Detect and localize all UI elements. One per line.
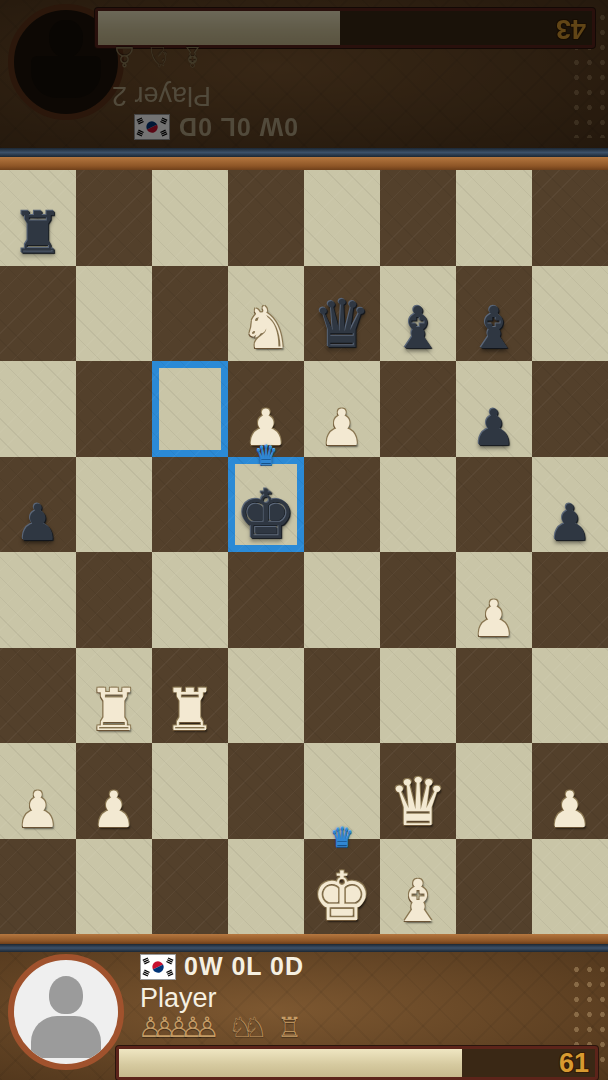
square-f4[interactable] [380,552,456,648]
piece-white-pawn[interactable]: ♟ [16,785,61,835]
opponent-timer-fill [98,11,340,45]
chess-app-screen: 43 ♙♘♗ Player 2 0W 0L 0D ♜♞ [0,0,608,1080]
piece-white-bishop[interactable]: ♝ [392,872,444,930]
square-g8[interactable] [456,170,532,266]
opponent-panel: 43 ♙♘♗ Player 2 0W 0L 0D [0,0,608,148]
square-c3[interactable]: ♜ [152,648,228,744]
square-e8[interactable] [304,170,380,266]
king-marker-icon: ♛ [330,825,354,852]
piece-black-bishop[interactable]: ♝ [468,299,520,357]
piece-white-pawn[interactable]: ♟ [548,785,593,835]
square-g4[interactable]: ♟ [456,552,532,648]
player-timer-bar: 61 [116,1046,598,1080]
square-a3[interactable] [0,648,76,744]
piece-white-rook[interactable]: ♜ [88,681,140,739]
captured-pawn-icon: ♙ [194,1014,219,1042]
player-avatar[interactable] [8,954,124,1070]
square-f5[interactable] [380,457,456,553]
square-d4[interactable] [228,552,304,648]
square-d7[interactable]: ♞ [228,266,304,362]
square-c6[interactable] [152,361,228,457]
king-marker-icon: ♛ [254,443,278,470]
square-g5[interactable] [456,457,532,553]
square-b7[interactable] [76,266,152,362]
board-frame-bottom [0,934,608,944]
square-e3[interactable] [304,648,380,744]
square-b8[interactable] [76,170,152,266]
chess-board[interactable]: ♜♞♛♝♝♟♟♟♟♚♛♟♟♜♜♟♟♛♟♚♛♝ [0,170,608,934]
square-f2[interactable]: ♛ [380,743,456,839]
square-f8[interactable] [380,170,456,266]
piece-black-king[interactable]: ♚ [236,480,297,548]
square-f3[interactable] [380,648,456,744]
player-panel: 0W 0L 0D Player ♙♙♙♙♙♘♘♖ 61 [0,952,608,1080]
square-b1[interactable] [76,839,152,935]
person-silhouette-icon [31,972,101,1052]
piece-black-pawn[interactable]: ♟ [548,498,593,548]
square-c8[interactable] [152,170,228,266]
piece-white-queen[interactable]: ♛ [388,769,447,835]
piece-black-pawn[interactable]: ♟ [472,403,517,453]
square-c7[interactable] [152,266,228,362]
player-record: 0W 0L 0D [184,952,304,981]
square-e5[interactable] [304,457,380,553]
square-a2[interactable]: ♟ [0,743,76,839]
square-g7[interactable]: ♝ [456,266,532,362]
square-b3[interactable]: ♜ [76,648,152,744]
square-h8[interactable] [532,170,608,266]
captured-bishop-icon: ♗ [180,42,205,70]
player-record-line: 0W 0L 0D [140,952,304,981]
piece-white-king[interactable]: ♚ [312,862,373,930]
piece-white-pawn[interactable]: ♟ [320,403,365,453]
square-e4[interactable] [304,552,380,648]
square-h3[interactable] [532,648,608,744]
piece-white-knight[interactable]: ♞ [240,299,292,357]
square-d8[interactable] [228,170,304,266]
square-f7[interactable]: ♝ [380,266,456,362]
square-a1[interactable] [0,839,76,935]
player-timer-fill [119,1049,462,1077]
piece-white-pawn[interactable]: ♟ [472,594,517,644]
square-a8[interactable]: ♜ [0,170,76,266]
captured-pawn-icon: ♙ [112,42,137,70]
captured-knight-icon: ♘ [243,1014,268,1042]
square-b6[interactable] [76,361,152,457]
square-h4[interactable] [532,552,608,648]
square-h2[interactable]: ♟ [532,743,608,839]
board-trim-top [0,148,608,157]
square-b2[interactable]: ♟ [76,743,152,839]
square-a5[interactable]: ♟ [0,457,76,553]
board-frame-top [0,157,608,170]
square-g6[interactable]: ♟ [456,361,532,457]
piece-black-queen[interactable]: ♛ [312,291,371,357]
square-c4[interactable] [152,552,228,648]
square-g1[interactable] [456,839,532,935]
board-trim-bottom [0,944,608,952]
square-h6[interactable] [532,361,608,457]
square-b5[interactable] [76,457,152,553]
opponent-record-line: 0W 0L 0D [134,112,298,141]
south-korea-flag-icon [134,114,170,140]
opponent-record: 0W 0L 0D [178,112,298,141]
square-d1[interactable] [228,839,304,935]
square-c1[interactable] [152,839,228,935]
opponent-name: Player 2 [112,80,211,111]
square-a6[interactable] [0,361,76,457]
piece-white-rook[interactable]: ♜ [164,681,216,739]
captured-rook-icon: ♖ [277,1014,302,1042]
square-b4[interactable] [76,552,152,648]
square-a7[interactable] [0,266,76,362]
square-f6[interactable] [380,361,456,457]
piece-black-pawn[interactable]: ♟ [16,498,61,548]
piece-white-pawn[interactable]: ♟ [92,785,137,835]
square-d2[interactable] [228,743,304,839]
player-timer-value: 61 [559,1048,589,1079]
square-e1[interactable]: ♚♛ [304,839,380,935]
opponent-timer-value: 43 [556,13,586,44]
player-captured-tray: ♙♙♙♙♙♘♘♖ [138,1014,311,1042]
square-h7[interactable] [532,266,608,362]
square-h1[interactable] [532,839,608,935]
south-korea-flag-icon [140,954,176,980]
player-name: Player [140,983,217,1014]
square-d5[interactable]: ♚♛ [228,457,304,553]
square-e6[interactable]: ♟ [304,361,380,457]
square-g3[interactable] [456,648,532,744]
square-c5[interactable] [152,457,228,553]
square-h5[interactable]: ♟ [532,457,608,553]
square-c2[interactable] [152,743,228,839]
piece-black-bishop[interactable]: ♝ [392,299,444,357]
square-g2[interactable] [456,743,532,839]
square-f1[interactable]: ♝ [380,839,456,935]
square-d3[interactable] [228,648,304,744]
square-e7[interactable]: ♛ [304,266,380,362]
captured-knight-icon: ♘ [146,42,171,70]
opponent-captured-tray: ♙♘♗ [112,42,214,70]
square-a4[interactable] [0,552,76,648]
piece-black-rook[interactable]: ♜ [12,204,64,262]
